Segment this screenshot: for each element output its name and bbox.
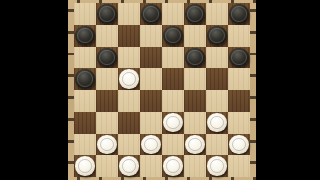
board-square-r4c2 bbox=[96, 68, 118, 90]
board-square-r4c7[interactable] bbox=[206, 68, 228, 90]
checker-light-man[interactable] bbox=[119, 69, 139, 89]
board-square-r7c3 bbox=[118, 134, 140, 156]
checker-light-man[interactable] bbox=[163, 156, 183, 176]
frame-notches-right bbox=[250, 0, 256, 180]
board-square-r6c7[interactable] bbox=[206, 112, 228, 134]
board-square-r1c5 bbox=[162, 3, 184, 25]
checker-dark-man[interactable] bbox=[229, 4, 249, 24]
board-square-r8c1[interactable] bbox=[74, 155, 96, 177]
board-square-r7c5 bbox=[162, 134, 184, 156]
board-square-r3c4[interactable] bbox=[140, 47, 162, 69]
checker-light-man[interactable] bbox=[97, 135, 117, 155]
board-square-r4c3[interactable] bbox=[118, 68, 140, 90]
board-square-r2c7[interactable] bbox=[206, 25, 228, 47]
board-square-r5c3 bbox=[118, 90, 140, 112]
board-square-r4c5[interactable] bbox=[162, 68, 184, 90]
board-square-r5c5 bbox=[162, 90, 184, 112]
checker-dark-man[interactable] bbox=[185, 48, 205, 68]
board-square-r6c2 bbox=[96, 112, 118, 134]
board-square-r3c6[interactable] bbox=[184, 47, 206, 69]
board-square-r6c3[interactable] bbox=[118, 112, 140, 134]
board-square-r5c6[interactable] bbox=[184, 90, 206, 112]
checker-dark-man[interactable] bbox=[229, 48, 249, 68]
checker-light-man[interactable] bbox=[163, 113, 183, 133]
board-square-r2c6 bbox=[184, 25, 206, 47]
checkers-board bbox=[74, 3, 250, 177]
board-square-r5c4[interactable] bbox=[140, 90, 162, 112]
board-square-r5c2[interactable] bbox=[96, 90, 118, 112]
board-square-r1c1 bbox=[74, 3, 96, 25]
board-square-r1c2[interactable] bbox=[96, 3, 118, 25]
board-square-r6c4 bbox=[140, 112, 162, 134]
board-square-r3c8[interactable] bbox=[228, 47, 250, 69]
board-square-r5c1 bbox=[74, 90, 96, 112]
checker-dark-man[interactable] bbox=[75, 26, 95, 46]
board-square-r3c2[interactable] bbox=[96, 47, 118, 69]
board-square-r2c4 bbox=[140, 25, 162, 47]
board-square-r2c8 bbox=[228, 25, 250, 47]
checker-light-man[interactable] bbox=[207, 113, 227, 133]
frame-notches-bottom bbox=[68, 177, 256, 180]
board-square-r7c4[interactable] bbox=[140, 134, 162, 156]
board-square-r5c8[interactable] bbox=[228, 90, 250, 112]
board-square-r8c6 bbox=[184, 155, 206, 177]
board-square-r5c7 bbox=[206, 90, 228, 112]
checker-dark-man[interactable] bbox=[163, 26, 183, 46]
board-square-r8c3[interactable] bbox=[118, 155, 140, 177]
board-square-r2c2 bbox=[96, 25, 118, 47]
game-screen bbox=[0, 0, 320, 180]
checker-light-man[interactable] bbox=[75, 156, 95, 176]
checker-dark-man[interactable] bbox=[97, 48, 117, 68]
checker-dark-man[interactable] bbox=[75, 69, 95, 89]
checker-dark-man[interactable] bbox=[185, 4, 205, 24]
board-square-r1c4[interactable] bbox=[140, 3, 162, 25]
board-square-r4c1[interactable] bbox=[74, 68, 96, 90]
checker-light-man[interactable] bbox=[141, 135, 161, 155]
board-square-r6c5[interactable] bbox=[162, 112, 184, 134]
board-square-r1c6[interactable] bbox=[184, 3, 206, 25]
checker-dark-man[interactable] bbox=[207, 26, 227, 46]
checker-dark-man[interactable] bbox=[97, 4, 117, 24]
board-square-r8c7[interactable] bbox=[206, 155, 228, 177]
board-square-r4c8 bbox=[228, 68, 250, 90]
checker-dark-man[interactable] bbox=[141, 4, 161, 24]
board-square-r7c2[interactable] bbox=[96, 134, 118, 156]
board-square-r4c6 bbox=[184, 68, 206, 90]
checker-light-man[interactable] bbox=[119, 156, 139, 176]
checker-light-man[interactable] bbox=[229, 135, 249, 155]
board-square-r8c5[interactable] bbox=[162, 155, 184, 177]
board-square-r8c8 bbox=[228, 155, 250, 177]
board-square-r6c6 bbox=[184, 112, 206, 134]
board-square-r7c7 bbox=[206, 134, 228, 156]
board-square-r7c8[interactable] bbox=[228, 134, 250, 156]
board-square-r7c6[interactable] bbox=[184, 134, 206, 156]
board-square-r7c1 bbox=[74, 134, 96, 156]
board-square-r2c3[interactable] bbox=[118, 25, 140, 47]
board-square-r2c5[interactable] bbox=[162, 25, 184, 47]
board-square-r8c4 bbox=[140, 155, 162, 177]
board-square-r3c3 bbox=[118, 47, 140, 69]
checker-light-man[interactable] bbox=[185, 135, 205, 155]
board-square-r2c1[interactable] bbox=[74, 25, 96, 47]
checker-light-man[interactable] bbox=[207, 156, 227, 176]
board-square-r1c3 bbox=[118, 3, 140, 25]
board-square-r3c1 bbox=[74, 47, 96, 69]
board-square-r3c7 bbox=[206, 47, 228, 69]
board-square-r4c4 bbox=[140, 68, 162, 90]
board-square-r8c2 bbox=[96, 155, 118, 177]
board-square-r6c1[interactable] bbox=[74, 112, 96, 134]
board-square-r1c7 bbox=[206, 3, 228, 25]
checkers-board-frame bbox=[68, 0, 256, 180]
board-square-r6c8 bbox=[228, 112, 250, 134]
board-square-r3c5 bbox=[162, 47, 184, 69]
board-square-r1c8[interactable] bbox=[228, 3, 250, 25]
